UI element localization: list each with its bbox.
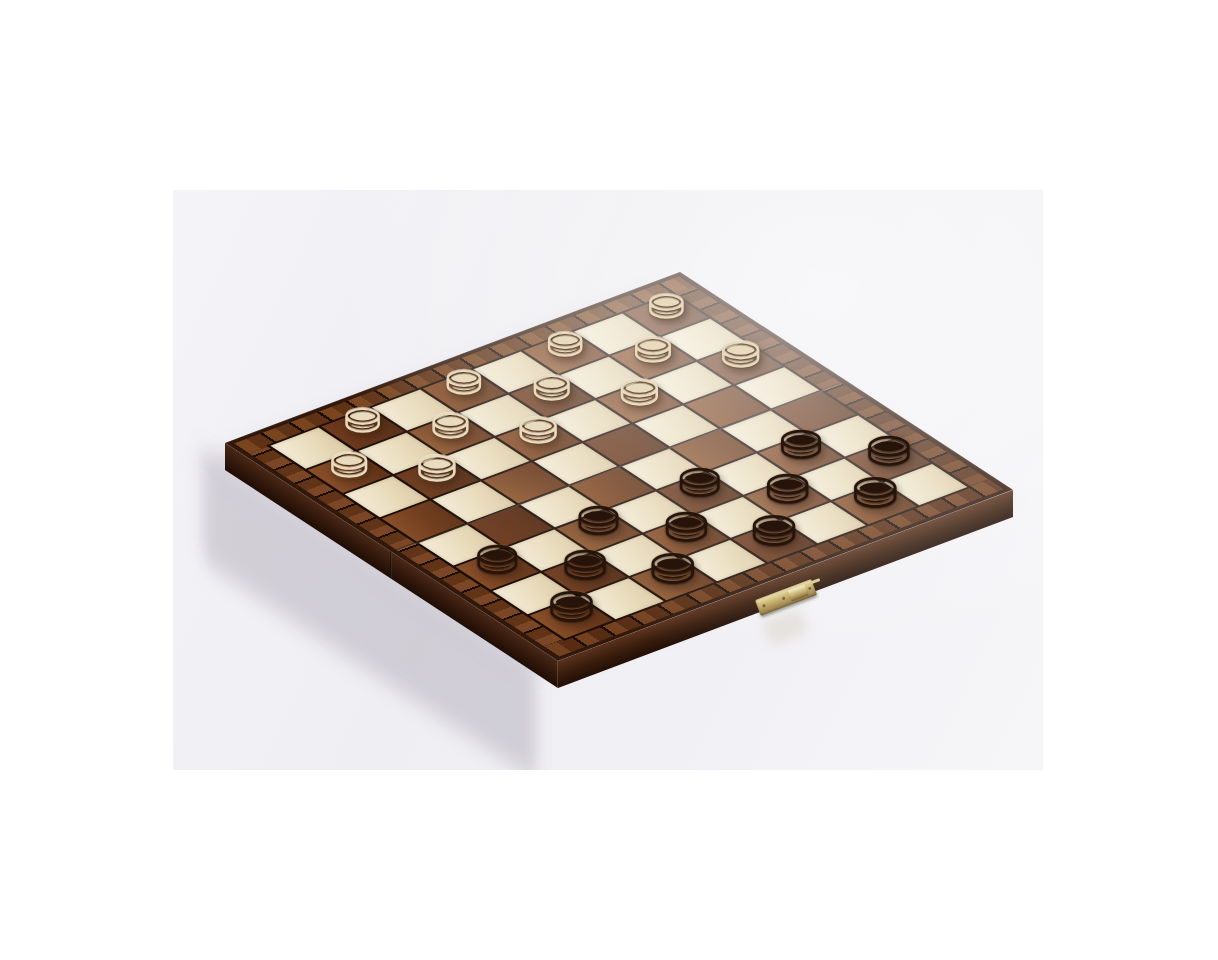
clasp-rivet: [782, 596, 786, 600]
product-photo-canvas: ⛂⛂⛂⛂⛂⛂⛂⛂⛂⛂⛂⛂⛂⛂⛂⛂⛂⛂⛂⛂⛂⛂⛂⛂: [0, 0, 1218, 960]
checker-piece-dark: ⛂: [649, 537, 696, 593]
clasp-slide: [788, 585, 808, 601]
checker-piece-light: ⛂: [517, 403, 558, 452]
checker-piece-dark: ⛂: [548, 575, 595, 631]
clasp-rivet: [762, 604, 766, 608]
checker-piece-light: ⛂: [720, 327, 761, 376]
checker-piece-light: ⛂: [619, 365, 660, 414]
checker-piece-dark: ⛂: [475, 530, 519, 583]
checker-piece-light: ⛂: [416, 441, 457, 490]
clasp-floor-reflection: [762, 608, 808, 646]
clasp-rivet: [808, 587, 812, 591]
checker-piece-light: ⛂: [329, 437, 369, 485]
box-fold-seam-side: [390, 551, 392, 579]
checker-piece-dark: ⛂: [750, 499, 797, 555]
checker-piece-dark: ⛂: [852, 461, 899, 517]
photo-backdrop: ⛂⛂⛂⛂⛂⛂⛂⛂⛂⛂⛂⛂⛂⛂⛂⛂⛂⛂⛂⛂⛂⛂⛂⛂: [173, 190, 1043, 770]
